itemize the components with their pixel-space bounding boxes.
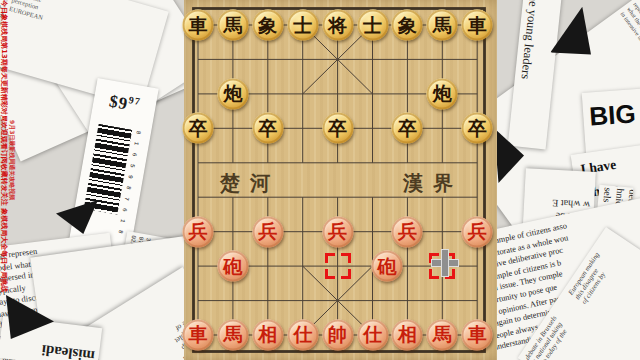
price-text: $997 <box>108 90 142 116</box>
piece-black-soldier[interactable]: 卒 <box>252 113 283 144</box>
piece-red-horse[interactable]: 馬 <box>427 319 458 350</box>
piece-red-cannon[interactable]: 砲 <box>217 251 248 282</box>
piece-red-horse[interactable]: 馬 <box>217 319 248 350</box>
piece-red-chariot[interactable]: 車 <box>462 319 493 350</box>
piece-black-chariot[interactable]: 車 <box>183 10 214 41</box>
piece-black-horse[interactable]: 馬 <box>427 10 458 41</box>
piece-red-elephant[interactable]: 相 <box>252 319 283 350</box>
barcode: 8 1 6 5 9 8 7 6 1 8 <box>80 124 141 236</box>
piece-black-cannon[interactable]: 炮 <box>427 78 458 109</box>
piece-red-cannon-moving[interactable]: 砲 <box>372 251 403 282</box>
piece-red-soldier[interactable]: 兵 <box>183 216 214 247</box>
piece-red-elephant[interactable]: 相 <box>392 319 423 350</box>
piece-black-chariot[interactable]: 車 <box>462 10 493 41</box>
big-headline: BIG <box>588 98 636 131</box>
piece-black-advisor[interactable]: 士 <box>357 10 388 41</box>
piece-red-soldier[interactable]: 兵 <box>252 216 283 247</box>
piece-red-soldier[interactable]: 兵 <box>322 216 353 247</box>
piece-black-soldier[interactable]: 卒 <box>322 113 353 144</box>
piece-black-soldier[interactable]: 卒 <box>183 113 214 144</box>
piece-black-advisor[interactable]: 士 <box>287 10 318 41</box>
video-frame: and significant atthe perception ofdemoc… <box>0 0 640 360</box>
watermark-text-column: 今日象棋残局第13期每天更新精彩对局欢迎观看订阅收藏转发关注 象棋残局大全每日一… <box>0 0 9 360</box>
piece-red-soldier[interactable]: 兵 <box>462 216 493 247</box>
piece-red-advisor[interactable]: 仕 <box>357 319 388 350</box>
river-label-left: 楚河 <box>220 170 280 197</box>
piece-black-cannon[interactable]: 炮 <box>217 78 248 109</box>
piece-black-general[interactable]: 将 <box>322 10 353 41</box>
piece-black-soldier[interactable]: 卒 <box>462 113 493 144</box>
piece-black-elephant[interactable]: 象 <box>252 10 283 41</box>
piece-red-general[interactable]: 帥 <box>322 319 353 350</box>
last-move-marker <box>325 253 351 279</box>
piece-black-soldier[interactable]: 卒 <box>392 113 423 144</box>
watermark-text-column: 9月3日最新残局通关攻略视频 <box>9 120 16 360</box>
river-label-right: 漢界 <box>403 170 463 197</box>
mislead-text: misleadi <box>41 342 96 360</box>
piece-red-soldier[interactable]: 兵 <box>392 216 423 247</box>
board[interactable]: 楚河 漢界 車馬象士将士象馬車炮炮卒卒卒卒卒兵兵兵兵兵砲砲車馬相仕帥仕相馬車 <box>184 0 497 360</box>
young-leaders-text: the young leaders <box>511 0 541 132</box>
piece-black-horse[interactable]: 馬 <box>217 10 248 41</box>
piece-red-chariot[interactable]: 車 <box>183 319 214 350</box>
piece-black-elephant[interactable]: 象 <box>392 10 423 41</box>
piece-red-advisor[interactable]: 仕 <box>287 319 318 350</box>
